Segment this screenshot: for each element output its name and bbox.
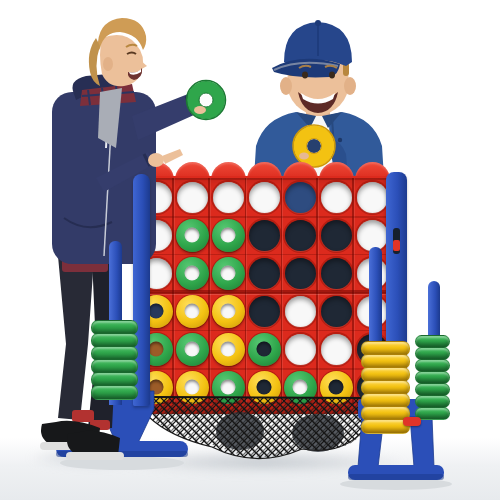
- fingers: [194, 106, 206, 114]
- cell-r5c6: [318, 330, 354, 368]
- cell-r1c6: [318, 178, 354, 216]
- eye: [302, 72, 308, 79]
- ring-hole: [199, 93, 213, 107]
- left-green-ring-stack: [91, 322, 138, 400]
- hole: [249, 258, 280, 289]
- cell-r4c5: [282, 292, 318, 330]
- cap-button: [315, 20, 321, 26]
- sneaker-sole: [66, 452, 124, 460]
- right-foot-shading: [348, 474, 444, 480]
- cell-r1c7: [354, 178, 390, 216]
- cell-r3c4: [246, 254, 282, 292]
- hole: [285, 258, 316, 289]
- hole: [321, 258, 352, 289]
- ring-hole: [257, 342, 272, 357]
- front-leg-jeans: [58, 256, 94, 420]
- ear: [344, 77, 356, 95]
- cell-r1c4: [246, 178, 282, 216]
- cell-r4c6: [318, 292, 354, 330]
- product-photo-stage: [0, 0, 500, 500]
- hole: [357, 220, 388, 251]
- hole: [285, 220, 316, 251]
- jacket-button: [338, 138, 342, 142]
- green-stack-ring: [91, 385, 138, 400]
- ear: [280, 77, 292, 95]
- cell-r3c5: [282, 254, 318, 292]
- hole: [321, 220, 352, 251]
- red-sock: [72, 410, 94, 422]
- fingers: [299, 153, 309, 160]
- cell-r2c6: [318, 216, 354, 254]
- hole: [249, 182, 280, 213]
- eye: [329, 72, 335, 79]
- left-hand: [148, 153, 164, 167]
- hole: [249, 296, 280, 327]
- cell-r3c6: [318, 254, 354, 292]
- right-player: [254, 20, 384, 178]
- pointing-finger: [162, 149, 183, 164]
- cell-r5c4: [246, 330, 282, 368]
- hole: [285, 296, 316, 327]
- release-lever: [403, 417, 421, 426]
- right-player-illustration: [250, 6, 410, 178]
- cell-r2c5: [282, 216, 318, 254]
- red-slider-knob: [393, 240, 400, 251]
- rear-green-ring-stack: [415, 336, 450, 420]
- hole: [321, 182, 352, 213]
- hole: [285, 334, 316, 365]
- ring-hole: [307, 139, 321, 153]
- hole: [357, 182, 388, 213]
- hole: [249, 220, 280, 251]
- hole: [321, 334, 352, 365]
- cell-r2c4: [246, 216, 282, 254]
- green-ring: [248, 333, 281, 366]
- hole: [321, 296, 352, 327]
- hole: [285, 182, 316, 213]
- cell-r5c5: [282, 330, 318, 368]
- ear: [103, 57, 113, 71]
- cell-r1c5: [282, 178, 318, 216]
- cell-r4c4: [246, 292, 282, 330]
